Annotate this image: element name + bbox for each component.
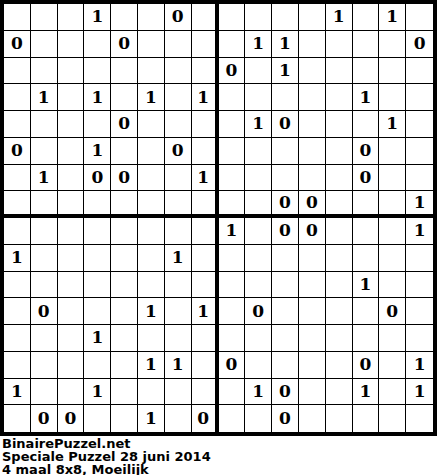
cell-r16-c15[interactable] (379, 405, 406, 432)
puzzle-board: 1011001100111111010101001001000110011110… (0, 0, 437, 436)
cell-r10-c14[interactable] (353, 245, 380, 272)
cell-r6-c8[interactable] (192, 138, 219, 165)
cell-r16-c11: 0 (272, 405, 299, 432)
cell-r8-c11: 0 (272, 191, 299, 218)
cell-r6-c2[interactable] (31, 138, 58, 165)
cell-r6-c5[interactable] (111, 138, 138, 165)
cell-r15-c16: 1 (406, 379, 433, 406)
cell-r11-c14: 1 (353, 272, 380, 299)
cell-r8-c12: 0 (299, 191, 326, 218)
cell-r8-c6[interactable] (138, 191, 165, 218)
cell-r3-c1[interactable] (4, 58, 31, 85)
cell-r6-c14: 0 (353, 138, 380, 165)
cell-r9-c16: 1 (406, 218, 433, 245)
cell-r11-c15[interactable] (379, 272, 406, 299)
cell-r15-c14: 1 (353, 379, 380, 406)
cell-r11-c9[interactable] (219, 272, 246, 299)
cell-r7-c16[interactable] (406, 165, 433, 192)
cell-r4-c12[interactable] (299, 84, 326, 111)
cell-r8-c15[interactable] (379, 191, 406, 218)
cell-r9-c2[interactable] (31, 218, 58, 245)
cell-r1-c7: 0 (165, 4, 192, 31)
cell-r7-c7[interactable] (165, 165, 192, 192)
cell-r14-c1[interactable] (4, 352, 31, 379)
cell-r4-c7[interactable] (165, 84, 192, 111)
cell-r7-c9[interactable] (219, 165, 246, 192)
cell-r6-c1: 0 (4, 138, 31, 165)
cell-r6-c13[interactable] (326, 138, 353, 165)
cell-r6-c11[interactable] (272, 138, 299, 165)
cell-r8-c9[interactable] (219, 191, 246, 218)
cell-r1-c2[interactable] (31, 4, 58, 31)
cell-r16-c7[interactable] (165, 405, 192, 432)
cell-r1-c9[interactable] (219, 4, 246, 31)
cell-r16-c9[interactable] (219, 405, 246, 432)
cell-r4-c15[interactable] (379, 84, 406, 111)
cell-r3-c10[interactable] (245, 58, 272, 85)
cell-r3-c12[interactable] (299, 58, 326, 85)
cell-r12-c1[interactable] (4, 298, 31, 325)
cell-r8-c13[interactable] (326, 191, 353, 218)
cell-r2-c3[interactable] (58, 31, 85, 58)
cell-r5-c2[interactable] (31, 111, 58, 138)
cell-r1-c5[interactable] (111, 4, 138, 31)
cell-r15-c6[interactable] (138, 379, 165, 406)
cell-r5-c9[interactable] (219, 111, 246, 138)
cell-r12-c14[interactable] (353, 298, 380, 325)
cell-r13-c5[interactable] (111, 325, 138, 352)
cell-r5-c7[interactable] (165, 111, 192, 138)
cell-r5-c12[interactable] (299, 111, 326, 138)
cell-r14-c13[interactable] (326, 352, 353, 379)
cell-r2-c1: 0 (4, 31, 31, 58)
cell-r1-c4: 1 (84, 4, 111, 31)
cell-r2-c8[interactable] (192, 31, 219, 58)
cell-r10-c5[interactable] (111, 245, 138, 272)
cell-r16-c16[interactable] (406, 405, 433, 432)
cell-r1-c8[interactable] (192, 4, 219, 31)
cell-r6-c4: 1 (84, 138, 111, 165)
cell-r2-c15[interactable] (379, 31, 406, 58)
cell-r8-c4[interactable] (84, 191, 111, 218)
cell-r10-c4[interactable] (84, 245, 111, 272)
cell-r11-c3[interactable] (58, 272, 85, 299)
cell-r11-c12[interactable] (299, 272, 326, 299)
cell-r5-c4[interactable] (84, 111, 111, 138)
cell-r13-c14[interactable] (353, 325, 380, 352)
cell-r13-c16[interactable] (406, 325, 433, 352)
cell-r11-c7[interactable] (165, 272, 192, 299)
cell-r6-c12[interactable] (299, 138, 326, 165)
cell-r14-c16: 1 (406, 352, 433, 379)
cell-r11-c10[interactable] (245, 272, 272, 299)
cell-r14-c6: 1 (138, 352, 165, 379)
cell-r1-c10[interactable] (245, 4, 272, 31)
cell-r16-c6: 1 (138, 405, 165, 432)
cell-r12-c4[interactable] (84, 298, 111, 325)
cell-r9-c9: 1 (219, 218, 246, 245)
cell-r5-c11: 0 (272, 111, 299, 138)
cell-r3-c3[interactable] (58, 58, 85, 85)
cell-r2-c13[interactable] (326, 31, 353, 58)
cell-r15-c13[interactable] (326, 379, 353, 406)
cell-r14-c2[interactable] (31, 352, 58, 379)
cell-r8-c1[interactable] (4, 191, 31, 218)
cell-r16-c1[interactable] (4, 405, 31, 432)
cell-r13-c6[interactable] (138, 325, 165, 352)
cell-r14-c10[interactable] (245, 352, 272, 379)
cell-r4-c13[interactable] (326, 84, 353, 111)
cell-r3-c9: 0 (219, 58, 246, 85)
cell-r15-c1: 1 (4, 379, 31, 406)
cell-r3-c14[interactable] (353, 58, 380, 85)
cell-r14-c8[interactable] (192, 352, 219, 379)
cell-r5-c5: 0 (111, 111, 138, 138)
cell-r9-c11: 0 (272, 218, 299, 245)
cell-r4-c3[interactable] (58, 84, 85, 111)
cell-r4-c2: 1 (31, 84, 58, 111)
cell-r12-c15: 0 (379, 298, 406, 325)
cell-r13-c7[interactable] (165, 325, 192, 352)
page: 1011001100111111010101001001000110011110… (0, 0, 437, 475)
cell-r14-c5[interactable] (111, 352, 138, 379)
cell-r12-c8: 1 (192, 298, 219, 325)
cell-r15-c4: 1 (84, 379, 111, 406)
cell-r9-c12: 0 (299, 218, 326, 245)
cell-r16-c14[interactable] (353, 405, 380, 432)
cell-r16-c10[interactable] (245, 405, 272, 432)
cell-r6-c3[interactable] (58, 138, 85, 165)
cell-r4-c14: 1 (353, 84, 380, 111)
cell-r9-c8[interactable] (192, 218, 219, 245)
cell-r11-c16[interactable] (406, 272, 433, 299)
cell-r9-c6[interactable] (138, 218, 165, 245)
cell-r9-c14[interactable] (353, 218, 380, 245)
cell-r14-c11[interactable] (272, 352, 299, 379)
cell-r13-c9[interactable] (219, 325, 246, 352)
cell-r7-c6[interactable] (138, 165, 165, 192)
cell-r2-c9[interactable] (219, 31, 246, 58)
cell-r10-c13[interactable] (326, 245, 353, 272)
cell-r13-c10[interactable] (245, 325, 272, 352)
cell-r10-c11[interactable] (272, 245, 299, 272)
cell-r10-c8[interactable] (192, 245, 219, 272)
cell-r9-c15[interactable] (379, 218, 406, 245)
puzzle-spec: 4 maal 8x8, Moeilijk (2, 463, 435, 475)
cell-r1-c3[interactable] (58, 4, 85, 31)
cell-r5-c6[interactable] (138, 111, 165, 138)
cell-r13-c3[interactable] (58, 325, 85, 352)
cell-r12-c5[interactable] (111, 298, 138, 325)
cell-r7-c12[interactable] (299, 165, 326, 192)
cell-r15-c3[interactable] (58, 379, 85, 406)
cell-r10-c15[interactable] (379, 245, 406, 272)
cell-r2-c6[interactable] (138, 31, 165, 58)
cell-r13-c13[interactable] (326, 325, 353, 352)
cell-r1-c13: 1 (326, 4, 353, 31)
cell-r10-c7: 1 (165, 245, 192, 272)
cell-r16-c3: 0 (58, 405, 85, 432)
cell-r8-c5[interactable] (111, 191, 138, 218)
cell-r5-c15: 1 (379, 111, 406, 138)
cell-r14-c14: 0 (353, 352, 380, 379)
cell-r7-c14: 0 (353, 165, 380, 192)
cell-r9-c1[interactable] (4, 218, 31, 245)
cell-r5-c10: 1 (245, 111, 272, 138)
cell-r12-c6: 1 (138, 298, 165, 325)
cell-r16-c8: 0 (192, 405, 219, 432)
cell-r5-c14[interactable] (353, 111, 380, 138)
cell-r9-c7[interactable] (165, 218, 192, 245)
cell-r9-c10[interactable] (245, 218, 272, 245)
cell-r10-c12[interactable] (299, 245, 326, 272)
cell-r2-c7[interactable] (165, 31, 192, 58)
cell-r3-c15[interactable] (379, 58, 406, 85)
cell-r12-c13[interactable] (326, 298, 353, 325)
cell-r4-c10[interactable] (245, 84, 272, 111)
cell-r15-c10: 1 (245, 379, 272, 406)
cell-r4-c1[interactable] (4, 84, 31, 111)
cell-r6-c10[interactable] (245, 138, 272, 165)
cell-r11-c11[interactable] (272, 272, 299, 299)
cell-r3-c4[interactable] (84, 58, 111, 85)
cell-r3-c13[interactable] (326, 58, 353, 85)
cell-r4-c16[interactable] (406, 84, 433, 111)
cell-r2-c2[interactable] (31, 31, 58, 58)
cell-r11-c8[interactable] (192, 272, 219, 299)
cell-r2-c12[interactable] (299, 31, 326, 58)
cell-r8-c16: 1 (406, 191, 433, 218)
cell-r9-c3[interactable] (58, 218, 85, 245)
cell-r14-c3[interactable] (58, 352, 85, 379)
cell-r12-c16[interactable] (406, 298, 433, 325)
cell-r6-c16[interactable] (406, 138, 433, 165)
cell-r7-c10[interactable] (245, 165, 272, 192)
cell-r15-c2[interactable] (31, 379, 58, 406)
cell-r1-c6[interactable] (138, 4, 165, 31)
cell-r16-c4[interactable] (84, 405, 111, 432)
cell-r5-c1[interactable] (4, 111, 31, 138)
cell-r3-c5[interactable] (111, 58, 138, 85)
cell-r5-c13[interactable] (326, 111, 353, 138)
cell-r2-c4[interactable] (84, 31, 111, 58)
cell-r11-c6[interactable] (138, 272, 165, 299)
cell-r6-c9[interactable] (219, 138, 246, 165)
cell-r10-c6[interactable] (138, 245, 165, 272)
cell-r3-c8[interactable] (192, 58, 219, 85)
cell-r6-c6[interactable] (138, 138, 165, 165)
cell-r10-c16[interactable] (406, 245, 433, 272)
cell-r12-c12[interactable] (299, 298, 326, 325)
cell-r16-c12[interactable] (299, 405, 326, 432)
cell-r13-c11[interactable] (272, 325, 299, 352)
cell-r8-c2[interactable] (31, 191, 58, 218)
cell-r1-c12[interactable] (299, 4, 326, 31)
cell-r3-c16[interactable] (406, 58, 433, 85)
cell-r13-c4: 1 (84, 325, 111, 352)
cell-r7-c4: 0 (84, 165, 111, 192)
cell-r7-c1[interactable] (4, 165, 31, 192)
cell-r1-c1[interactable] (4, 4, 31, 31)
cell-r9-c5[interactable] (111, 218, 138, 245)
cell-r12-c10: 0 (245, 298, 272, 325)
cell-r5-c3[interactable] (58, 111, 85, 138)
cell-r7-c2: 1 (31, 165, 58, 192)
cell-r8-c8[interactable] (192, 191, 219, 218)
cell-r12-c3[interactable] (58, 298, 85, 325)
cell-r7-c5: 0 (111, 165, 138, 192)
cell-r4-c8: 1 (192, 84, 219, 111)
cell-r4-c5[interactable] (111, 84, 138, 111)
cell-r11-c5[interactable] (111, 272, 138, 299)
cell-r2-c5: 0 (111, 31, 138, 58)
cell-r14-c4[interactable] (84, 352, 111, 379)
cell-r11-c2[interactable] (31, 272, 58, 299)
cell-r4-c9[interactable] (219, 84, 246, 111)
cell-r13-c8[interactable] (192, 325, 219, 352)
cell-r16-c2: 0 (31, 405, 58, 432)
cell-r16-c13[interactable] (326, 405, 353, 432)
cell-r14-c12[interactable] (299, 352, 326, 379)
cell-r7-c11[interactable] (272, 165, 299, 192)
cell-r14-c9: 0 (219, 352, 246, 379)
cell-r1-c11[interactable] (272, 4, 299, 31)
cell-r8-c14[interactable] (353, 191, 380, 218)
cell-r9-c4[interactable] (84, 218, 111, 245)
cell-r4-c4: 1 (84, 84, 111, 111)
cell-r15-c8[interactable] (192, 379, 219, 406)
cell-r4-c6: 1 (138, 84, 165, 111)
cell-r5-c16[interactable] (406, 111, 433, 138)
cell-r3-c11: 1 (272, 58, 299, 85)
cell-r16-c5[interactable] (111, 405, 138, 432)
cell-r10-c1: 1 (4, 245, 31, 272)
cell-r15-c9[interactable] (219, 379, 246, 406)
cell-r7-c3[interactable] (58, 165, 85, 192)
cell-r2-c14[interactable] (353, 31, 380, 58)
cell-r11-c13[interactable] (326, 272, 353, 299)
cell-r3-c2[interactable] (31, 58, 58, 85)
cell-r10-c3[interactable] (58, 245, 85, 272)
cell-r10-c10[interactable] (245, 245, 272, 272)
cell-r13-c15[interactable] (379, 325, 406, 352)
cell-r7-c8: 1 (192, 165, 219, 192)
cell-r6-c15[interactable] (379, 138, 406, 165)
cell-r5-c8[interactable] (192, 111, 219, 138)
footer: BinairePuzzel.net Speciale Puzzel 28 jun… (0, 436, 437, 475)
cell-r13-c1[interactable] (4, 325, 31, 352)
cell-r2-c10: 1 (245, 31, 272, 58)
cell-r12-c2: 0 (31, 298, 58, 325)
cell-r9-c13[interactable] (326, 218, 353, 245)
cell-r3-c6[interactable] (138, 58, 165, 85)
cell-r14-c15[interactable] (379, 352, 406, 379)
cell-r3-c7[interactable] (165, 58, 192, 85)
cell-r7-c15[interactable] (379, 165, 406, 192)
cell-r10-c9[interactable] (219, 245, 246, 272)
cell-r11-c4[interactable] (84, 272, 111, 299)
cell-r1-c14[interactable] (353, 4, 380, 31)
cell-r12-c11[interactable] (272, 298, 299, 325)
cell-r11-c1[interactable] (4, 272, 31, 299)
cell-r2-c11: 1 (272, 31, 299, 58)
cell-r13-c12[interactable] (299, 325, 326, 352)
cell-r15-c15[interactable] (379, 379, 406, 406)
cell-r1-c16[interactable] (406, 4, 433, 31)
cell-r8-c10[interactable] (245, 191, 272, 218)
cell-r15-c11: 0 (272, 379, 299, 406)
cell-r8-c7[interactable] (165, 191, 192, 218)
cell-r4-c11[interactable] (272, 84, 299, 111)
cell-r12-c7[interactable] (165, 298, 192, 325)
cell-r15-c5[interactable] (111, 379, 138, 406)
cell-r13-c2[interactable] (31, 325, 58, 352)
cell-r7-c13[interactable] (326, 165, 353, 192)
cell-r1-c15: 1 (379, 4, 406, 31)
cell-r15-c12[interactable] (299, 379, 326, 406)
cell-r8-c3[interactable] (58, 191, 85, 218)
cell-r14-c7: 1 (165, 352, 192, 379)
cell-r12-c9[interactable] (219, 298, 246, 325)
cell-r6-c7: 0 (165, 138, 192, 165)
cell-r2-c16: 0 (406, 31, 433, 58)
cell-r15-c7[interactable] (165, 379, 192, 406)
cell-r10-c2[interactable] (31, 245, 58, 272)
